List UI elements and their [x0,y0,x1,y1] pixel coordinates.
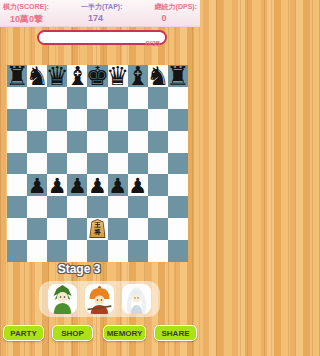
board-cell [108,153,128,175]
board-cell [148,131,168,153]
board-cell: ♛ [47,65,67,87]
board-cell [128,131,148,153]
board-cell [168,153,188,175]
app-screen: { "game": "shogi-vs-chess tap battle (9x… [0,0,200,356]
board-cell [168,87,188,109]
board-cell [7,109,27,131]
board-cell [148,87,168,109]
board-cell [168,196,188,218]
score-stat: 棋力(SCORE): 10萬0撃 [3,2,49,26]
tap-label: 一手力(TAP): [81,2,122,12]
board-cell: ♟ [67,174,87,196]
memory-button[interactable]: MEMORY [103,325,146,341]
board-cell [128,153,148,175]
green-warrior-art [48,284,77,314]
board-cell [47,240,67,262]
black-pawn-piece[interactable]: ♟ [108,176,127,197]
board-cell [108,218,128,240]
dps-stat: 継続力(DPS): 0 [155,2,197,26]
board-cell [168,218,188,240]
board-cell [47,109,67,131]
board-cell [87,87,107,109]
board-cell [148,218,168,240]
board-cell [67,109,87,131]
board-cell [7,240,27,262]
tap-value: 174 [81,13,122,23]
board-cell: ♟ [108,174,128,196]
board-cell [47,153,67,175]
player-shogi-king-piece[interactable]: 王将 [89,219,106,238]
board-cell [7,87,27,109]
board-cell [27,109,47,131]
board-cell [27,196,47,218]
avatar-orange-samurai[interactable] [85,284,114,314]
board-cell [108,109,128,131]
party-button[interactable]: PARTY [3,325,44,341]
board-cell [128,87,148,109]
score-value: 10萬0撃 [3,13,49,26]
board-cell: ♟ [128,174,148,196]
board-cell [128,218,148,240]
orange-samurai-art [85,284,114,314]
progress-count: 0/35 [145,39,165,48]
board-cell [27,87,47,109]
black-pawn-piece[interactable]: ♟ [28,176,47,197]
board-cell [27,218,47,240]
board-cell: ♟ [87,174,107,196]
stage-label: Stage 3 [37,262,121,276]
board-cell [128,196,148,218]
board-cell [87,109,107,131]
avatar-white-haired-swordswoman[interactable] [122,284,151,314]
board-cell [168,240,188,262]
board-cell [47,87,67,109]
board-cell [148,240,168,262]
board-cell [7,218,27,240]
board-cell: 王将 [87,218,107,240]
avatar-green-warrior[interactable] [48,284,77,314]
score-label: 棋力(SCORE): [3,2,49,12]
board-cell: ♚ [87,65,107,87]
board-cell [67,218,87,240]
board-cell [7,131,27,153]
board-cell [108,87,128,109]
board-cell: ♟ [47,174,67,196]
shop-button[interactable]: SHOP [52,325,93,341]
board-cell [87,240,107,262]
board-cell: ♜ [7,65,27,87]
board-cell: ♞ [27,65,47,87]
board-cell [47,131,67,153]
board-cell [87,131,107,153]
board-cell [168,109,188,131]
board-cell [108,196,128,218]
board-cell [47,196,67,218]
board-cell [148,109,168,131]
board-cell [168,131,188,153]
board-cell [47,218,67,240]
board-cell [27,153,47,175]
party-panel [39,281,160,317]
board-cell [7,196,27,218]
enemy-progress-bar: 0/35 [37,30,167,45]
board-cell [67,153,87,175]
dps-label: 継続力(DPS): [155,2,197,12]
tap-stat: 一手力(TAP): 174 [81,2,122,26]
black-rook-piece[interactable]: ♜ [166,63,189,89]
board-cell [148,196,168,218]
board-cell [67,196,87,218]
black-pawn-piece[interactable]: ♟ [128,176,147,197]
board-cell: ♞ [148,65,168,87]
board-cell: ♝ [128,65,148,87]
board-cell [7,153,27,175]
board-cell [128,109,148,131]
board-cell [7,174,27,196]
board-cell: ♟ [27,174,47,196]
board-cell [108,240,128,262]
board-cell: ♛ [108,65,128,87]
black-pawn-piece[interactable]: ♟ [48,176,67,197]
board-cell [168,174,188,196]
board-cell [148,153,168,175]
board[interactable]: ♜♞♛♝♚♛♝♞♜♟♟♟♟♟♟王将 [7,65,188,262]
board-cell [87,153,107,175]
stats-bar: 棋力(SCORE): 10萬0撃 一手力(TAP): 174 継続力(DPS):… [0,0,200,27]
board-cell: ♝ [67,65,87,87]
board-cell [128,240,148,262]
share-button[interactable]: SHARE [154,325,197,341]
board-cell [108,131,128,153]
dps-value: 0 [155,13,197,23]
board-cell [87,196,107,218]
board-cell [27,240,47,262]
black-pawn-piece[interactable]: ♟ [68,176,87,197]
board-cell: ♜ [168,65,188,87]
board-cell [67,240,87,262]
white-haired-swordswoman-art [122,284,151,314]
black-pawn-piece[interactable]: ♟ [88,176,107,197]
board-cell [67,87,87,109]
board-cell [27,131,47,153]
board-cell [67,131,87,153]
board-cell [148,174,168,196]
